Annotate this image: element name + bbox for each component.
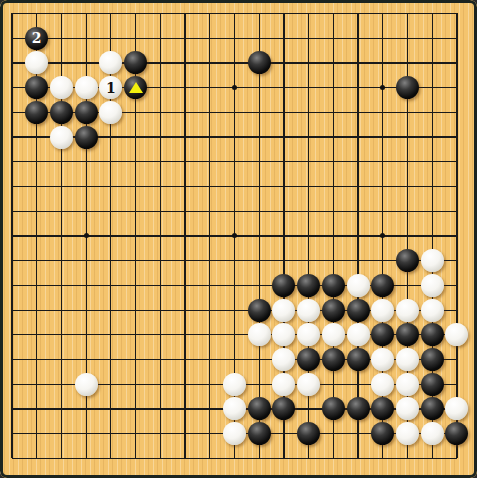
intersection[interactable] <box>296 273 321 298</box>
intersection[interactable] <box>272 397 297 422</box>
intersection[interactable] <box>173 397 198 422</box>
intersection[interactable] <box>272 446 297 471</box>
intersection[interactable] <box>222 273 247 298</box>
intersection[interactable] <box>272 174 297 199</box>
intersection[interactable] <box>148 51 173 76</box>
intersection[interactable] <box>49 26 74 51</box>
intersection[interactable] <box>74 75 99 100</box>
intersection[interactable] <box>173 273 198 298</box>
intersection[interactable] <box>123 298 148 323</box>
intersection[interactable] <box>0 397 24 422</box>
intersection[interactable] <box>247 125 272 150</box>
intersection[interactable] <box>197 224 222 249</box>
intersection[interactable] <box>370 199 395 224</box>
intersection[interactable] <box>123 372 148 397</box>
intersection[interactable] <box>370 397 395 422</box>
intersection[interactable] <box>173 322 198 347</box>
intersection[interactable] <box>0 224 24 249</box>
intersection[interactable] <box>370 322 395 347</box>
intersection[interactable] <box>272 298 297 323</box>
intersection[interactable] <box>74 397 99 422</box>
intersection[interactable] <box>420 397 445 422</box>
intersection[interactable] <box>222 372 247 397</box>
intersection[interactable] <box>445 273 470 298</box>
intersection[interactable] <box>123 397 148 422</box>
intersection[interactable] <box>148 298 173 323</box>
intersection[interactable] <box>197 248 222 273</box>
intersection[interactable] <box>247 298 272 323</box>
intersection[interactable] <box>247 224 272 249</box>
intersection[interactable] <box>173 199 198 224</box>
intersection[interactable] <box>272 26 297 51</box>
intersection[interactable] <box>272 199 297 224</box>
intersection[interactable] <box>0 421 24 446</box>
intersection[interactable] <box>420 372 445 397</box>
intersection[interactable] <box>99 1 124 26</box>
intersection[interactable] <box>222 1 247 26</box>
intersection[interactable] <box>395 149 420 174</box>
intersection[interactable] <box>445 372 470 397</box>
intersection[interactable] <box>445 100 470 125</box>
intersection[interactable] <box>99 51 124 76</box>
intersection[interactable] <box>99 199 124 224</box>
intersection[interactable] <box>148 322 173 347</box>
intersection[interactable] <box>321 322 346 347</box>
intersection[interactable] <box>197 421 222 446</box>
intersection[interactable] <box>272 149 297 174</box>
intersection[interactable] <box>0 248 24 273</box>
intersection[interactable] <box>420 446 445 471</box>
intersection[interactable] <box>370 51 395 76</box>
intersection[interactable] <box>247 149 272 174</box>
intersection[interactable] <box>123 421 148 446</box>
intersection[interactable] <box>395 51 420 76</box>
intersection[interactable] <box>99 149 124 174</box>
intersection[interactable] <box>370 347 395 372</box>
intersection[interactable] <box>346 51 371 76</box>
intersection[interactable] <box>24 273 49 298</box>
intersection[interactable] <box>346 446 371 471</box>
intersection[interactable] <box>321 347 346 372</box>
intersection[interactable] <box>24 397 49 422</box>
intersection[interactable] <box>197 199 222 224</box>
intersection[interactable] <box>321 149 346 174</box>
intersection[interactable] <box>272 421 297 446</box>
intersection[interactable] <box>247 397 272 422</box>
intersection[interactable] <box>197 75 222 100</box>
intersection[interactable] <box>346 421 371 446</box>
intersection[interactable] <box>370 125 395 150</box>
intersection[interactable] <box>346 322 371 347</box>
intersection[interactable] <box>272 347 297 372</box>
intersection[interactable] <box>74 322 99 347</box>
intersection[interactable] <box>99 421 124 446</box>
intersection[interactable] <box>49 174 74 199</box>
intersection[interactable] <box>420 298 445 323</box>
intersection[interactable] <box>222 174 247 199</box>
intersection[interactable] <box>123 125 148 150</box>
intersection[interactable] <box>222 100 247 125</box>
intersection[interactable] <box>222 224 247 249</box>
intersection[interactable] <box>148 347 173 372</box>
intersection[interactable] <box>395 199 420 224</box>
intersection[interactable] <box>74 26 99 51</box>
intersection[interactable] <box>74 51 99 76</box>
intersection[interactable] <box>445 347 470 372</box>
intersection[interactable] <box>24 149 49 174</box>
intersection[interactable] <box>420 26 445 51</box>
intersection[interactable] <box>296 298 321 323</box>
intersection[interactable] <box>272 372 297 397</box>
intersection[interactable] <box>445 224 470 249</box>
intersection[interactable] <box>197 273 222 298</box>
intersection[interactable] <box>247 75 272 100</box>
intersection[interactable] <box>24 224 49 249</box>
intersection[interactable] <box>197 347 222 372</box>
intersection[interactable] <box>24 322 49 347</box>
intersection[interactable] <box>123 199 148 224</box>
intersection[interactable] <box>49 298 74 323</box>
intersection[interactable] <box>123 26 148 51</box>
intersection[interactable] <box>420 224 445 249</box>
intersection[interactable] <box>222 149 247 174</box>
intersection[interactable] <box>395 100 420 125</box>
intersection[interactable] <box>197 1 222 26</box>
intersection[interactable] <box>99 125 124 150</box>
intersection[interactable] <box>321 298 346 323</box>
intersection[interactable] <box>49 446 74 471</box>
intersection[interactable] <box>74 174 99 199</box>
intersection[interactable] <box>99 273 124 298</box>
intersection[interactable] <box>123 51 148 76</box>
intersection[interactable] <box>395 421 420 446</box>
intersection[interactable] <box>49 397 74 422</box>
intersection[interactable] <box>296 446 321 471</box>
intersection[interactable] <box>222 298 247 323</box>
intersection[interactable] <box>346 100 371 125</box>
intersection[interactable] <box>395 174 420 199</box>
intersection[interactable] <box>346 1 371 26</box>
intersection[interactable] <box>0 298 24 323</box>
intersection[interactable] <box>123 248 148 273</box>
intersection[interactable] <box>74 199 99 224</box>
intersection[interactable] <box>272 125 297 150</box>
intersection[interactable] <box>148 75 173 100</box>
intersection[interactable] <box>445 446 470 471</box>
intersection[interactable] <box>24 1 49 26</box>
intersection[interactable] <box>321 446 346 471</box>
intersection[interactable] <box>321 125 346 150</box>
intersection[interactable] <box>395 248 420 273</box>
intersection[interactable] <box>148 248 173 273</box>
intersection[interactable] <box>173 125 198 150</box>
intersection[interactable] <box>49 248 74 273</box>
intersection[interactable] <box>123 446 148 471</box>
intersection[interactable] <box>321 51 346 76</box>
intersection[interactable] <box>99 248 124 273</box>
intersection[interactable] <box>420 273 445 298</box>
intersection[interactable] <box>24 199 49 224</box>
intersection[interactable] <box>99 26 124 51</box>
intersection[interactable] <box>222 75 247 100</box>
intersection[interactable] <box>0 372 24 397</box>
intersection[interactable] <box>247 273 272 298</box>
intersection[interactable] <box>173 421 198 446</box>
intersection[interactable] <box>222 26 247 51</box>
intersection[interactable] <box>24 125 49 150</box>
intersection[interactable] <box>445 322 470 347</box>
intersection[interactable] <box>370 298 395 323</box>
intersection[interactable] <box>272 75 297 100</box>
intersection[interactable] <box>346 273 371 298</box>
intersection[interactable] <box>321 397 346 422</box>
intersection[interactable] <box>395 26 420 51</box>
intersection[interactable] <box>123 100 148 125</box>
intersection[interactable] <box>49 199 74 224</box>
intersection[interactable] <box>321 1 346 26</box>
intersection[interactable] <box>148 421 173 446</box>
intersection[interactable] <box>49 125 74 150</box>
intersection[interactable] <box>445 1 470 26</box>
intersection[interactable] <box>123 149 148 174</box>
intersection[interactable] <box>346 75 371 100</box>
intersection[interactable] <box>148 199 173 224</box>
intersection[interactable] <box>420 100 445 125</box>
intersection[interactable] <box>370 75 395 100</box>
intersection[interactable] <box>197 26 222 51</box>
intersection[interactable] <box>296 397 321 422</box>
intersection[interactable] <box>296 199 321 224</box>
intersection[interactable] <box>272 224 297 249</box>
intersection[interactable] <box>0 1 24 26</box>
intersection[interactable] <box>420 125 445 150</box>
intersection[interactable] <box>173 75 198 100</box>
intersection[interactable] <box>173 446 198 471</box>
intersection[interactable] <box>148 100 173 125</box>
intersection[interactable] <box>123 347 148 372</box>
intersection[interactable] <box>24 248 49 273</box>
intersection[interactable] <box>395 322 420 347</box>
intersection[interactable] <box>247 347 272 372</box>
intersection[interactable] <box>395 75 420 100</box>
intersection[interactable] <box>420 174 445 199</box>
intersection[interactable] <box>49 347 74 372</box>
intersection[interactable] <box>197 174 222 199</box>
intersection[interactable] <box>296 421 321 446</box>
intersection[interactable] <box>24 51 49 76</box>
intersection[interactable] <box>222 421 247 446</box>
intersection[interactable] <box>0 100 24 125</box>
intersection[interactable] <box>321 26 346 51</box>
intersection[interactable] <box>0 51 24 76</box>
intersection[interactable] <box>296 372 321 397</box>
intersection[interactable] <box>197 298 222 323</box>
intersection[interactable] <box>99 174 124 199</box>
intersection[interactable] <box>148 149 173 174</box>
intersection[interactable] <box>296 248 321 273</box>
intersection[interactable] <box>173 372 198 397</box>
intersection[interactable] <box>99 446 124 471</box>
intersection[interactable] <box>173 248 198 273</box>
intersection[interactable] <box>395 446 420 471</box>
intersection[interactable] <box>272 100 297 125</box>
intersection[interactable] <box>148 397 173 422</box>
intersection[interactable] <box>395 347 420 372</box>
intersection[interactable] <box>296 51 321 76</box>
intersection[interactable] <box>420 1 445 26</box>
intersection[interactable] <box>321 75 346 100</box>
intersection[interactable] <box>346 248 371 273</box>
intersection[interactable] <box>346 224 371 249</box>
intersection[interactable] <box>346 347 371 372</box>
intersection[interactable] <box>321 273 346 298</box>
intersection[interactable] <box>296 1 321 26</box>
intersection[interactable] <box>395 273 420 298</box>
intersection[interactable] <box>24 75 49 100</box>
intersection[interactable] <box>123 75 148 100</box>
intersection[interactable] <box>197 397 222 422</box>
intersection[interactable] <box>99 322 124 347</box>
intersection[interactable] <box>197 51 222 76</box>
intersection[interactable] <box>173 100 198 125</box>
intersection[interactable] <box>370 421 395 446</box>
intersection[interactable] <box>0 75 24 100</box>
intersection[interactable] <box>445 149 470 174</box>
intersection[interactable] <box>74 298 99 323</box>
intersection[interactable] <box>24 174 49 199</box>
intersection[interactable] <box>49 100 74 125</box>
intersection[interactable] <box>173 224 198 249</box>
intersection[interactable] <box>0 273 24 298</box>
intersection[interactable] <box>321 421 346 446</box>
intersection[interactable] <box>0 149 24 174</box>
intersection[interactable]: 2 <box>24 26 49 51</box>
intersection[interactable] <box>296 174 321 199</box>
intersection[interactable] <box>49 75 74 100</box>
intersection[interactable] <box>321 224 346 249</box>
intersection[interactable] <box>370 372 395 397</box>
intersection[interactable] <box>321 372 346 397</box>
intersection[interactable] <box>445 248 470 273</box>
intersection[interactable] <box>222 446 247 471</box>
intersection[interactable] <box>99 397 124 422</box>
intersection[interactable] <box>222 248 247 273</box>
intersection[interactable] <box>321 100 346 125</box>
intersection[interactable] <box>296 322 321 347</box>
intersection[interactable] <box>99 100 124 125</box>
intersection[interactable] <box>222 125 247 150</box>
intersection[interactable] <box>123 224 148 249</box>
intersection[interactable] <box>370 446 395 471</box>
intersection[interactable] <box>197 100 222 125</box>
intersection[interactable] <box>247 1 272 26</box>
intersection[interactable] <box>24 100 49 125</box>
intersection[interactable] <box>346 26 371 51</box>
intersection[interactable]: 1 <box>99 75 124 100</box>
intersection[interactable] <box>370 1 395 26</box>
intersection[interactable] <box>370 224 395 249</box>
intersection[interactable] <box>247 421 272 446</box>
intersection[interactable] <box>173 51 198 76</box>
intersection[interactable] <box>445 199 470 224</box>
intersection[interactable] <box>247 174 272 199</box>
intersection[interactable] <box>346 199 371 224</box>
intersection[interactable] <box>321 199 346 224</box>
intersection[interactable] <box>173 1 198 26</box>
intersection[interactable] <box>445 75 470 100</box>
intersection[interactable] <box>123 174 148 199</box>
intersection[interactable] <box>247 322 272 347</box>
intersection[interactable] <box>370 149 395 174</box>
intersection[interactable] <box>420 347 445 372</box>
intersection[interactable] <box>49 322 74 347</box>
intersection[interactable] <box>420 149 445 174</box>
intersection[interactable] <box>445 51 470 76</box>
intersection[interactable] <box>296 125 321 150</box>
intersection[interactable] <box>445 298 470 323</box>
intersection[interactable] <box>272 1 297 26</box>
intersection[interactable] <box>24 446 49 471</box>
intersection[interactable] <box>173 174 198 199</box>
intersection[interactable] <box>420 199 445 224</box>
intersection[interactable] <box>123 322 148 347</box>
intersection[interactable] <box>272 322 297 347</box>
intersection[interactable] <box>148 372 173 397</box>
intersection[interactable] <box>123 1 148 26</box>
intersection[interactable] <box>0 26 24 51</box>
intersection[interactable] <box>395 372 420 397</box>
intersection[interactable] <box>49 51 74 76</box>
intersection[interactable] <box>173 298 198 323</box>
intersection[interactable] <box>445 125 470 150</box>
intersection[interactable] <box>346 174 371 199</box>
intersection[interactable] <box>173 347 198 372</box>
intersection[interactable] <box>420 51 445 76</box>
intersection[interactable] <box>395 1 420 26</box>
intersection[interactable] <box>370 174 395 199</box>
intersection[interactable] <box>445 174 470 199</box>
intersection[interactable] <box>247 26 272 51</box>
intersection[interactable] <box>272 248 297 273</box>
intersection[interactable] <box>74 248 99 273</box>
intersection[interactable] <box>395 224 420 249</box>
intersection[interactable] <box>370 273 395 298</box>
intersection[interactable] <box>222 51 247 76</box>
intersection[interactable] <box>222 347 247 372</box>
intersection[interactable] <box>74 372 99 397</box>
intersection[interactable] <box>148 26 173 51</box>
intersection[interactable] <box>296 347 321 372</box>
intersection[interactable] <box>420 322 445 347</box>
intersection[interactable] <box>247 199 272 224</box>
intersection[interactable] <box>74 149 99 174</box>
intersection[interactable] <box>0 347 24 372</box>
intersection[interactable] <box>197 125 222 150</box>
intersection[interactable] <box>370 248 395 273</box>
intersection[interactable] <box>148 125 173 150</box>
intersection[interactable] <box>49 421 74 446</box>
intersection[interactable] <box>272 273 297 298</box>
intersection[interactable] <box>49 149 74 174</box>
intersection[interactable] <box>346 298 371 323</box>
intersection[interactable] <box>49 1 74 26</box>
intersection[interactable] <box>148 1 173 26</box>
intersection[interactable] <box>0 174 24 199</box>
intersection[interactable] <box>74 125 99 150</box>
intersection[interactable] <box>74 446 99 471</box>
intersection[interactable] <box>420 421 445 446</box>
intersection[interactable] <box>0 125 24 150</box>
